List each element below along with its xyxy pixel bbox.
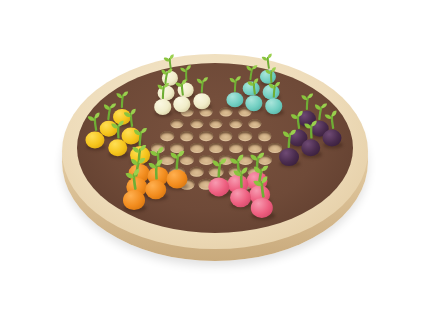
board-hole[interactable] <box>219 131 233 141</box>
board-hole[interactable] <box>180 131 194 141</box>
peg-ball <box>265 98 282 114</box>
board-hole[interactable] <box>190 143 204 153</box>
board-hole[interactable] <box>160 131 174 141</box>
chinese-checkers-photo <box>0 0 423 318</box>
peg-ball <box>322 129 341 146</box>
peg-ball <box>167 170 188 189</box>
peg-ball <box>108 139 127 157</box>
peg-ball <box>154 99 172 115</box>
board-hole[interactable] <box>238 131 252 141</box>
board-hole[interactable] <box>258 131 272 141</box>
board-hole[interactable] <box>229 143 243 153</box>
peg-ball <box>230 188 252 208</box>
board-hole[interactable] <box>209 143 223 153</box>
peg-ball <box>301 139 320 157</box>
board-hole[interactable] <box>189 167 204 177</box>
board-hole[interactable] <box>199 131 213 141</box>
peg-ball <box>123 190 145 210</box>
peg-ball <box>279 148 299 166</box>
peg-ball <box>245 95 262 111</box>
peg-ball <box>173 96 190 112</box>
peg-ball <box>193 93 210 109</box>
